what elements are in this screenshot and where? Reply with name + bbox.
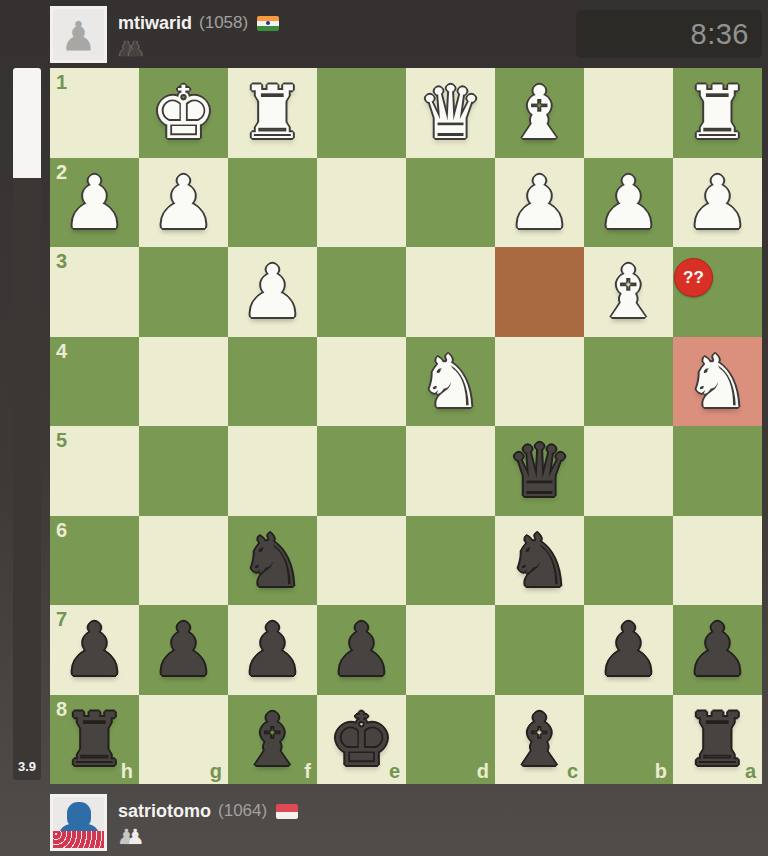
piece-black-pawn[interactable]: ♟ — [317, 605, 406, 695]
square-f3[interactable]: ♟ — [228, 247, 317, 337]
eval-score: 3.9 — [13, 759, 41, 774]
piece-white-knight[interactable]: ♞ — [673, 337, 762, 427]
square-e3[interactable] — [317, 247, 406, 337]
evaluation-bar: 3.9 — [13, 68, 41, 780]
bottom-player-captured-pieces: ♟ ♟ — [117, 824, 145, 850]
bottom-player-bar: satriotomo (1064) ♟ ♟ 7:02 — [0, 788, 768, 856]
piece-white-bishop[interactable]: ♝ — [584, 247, 673, 337]
square-f5[interactable] — [228, 426, 317, 516]
top-player-rating: (1058) — [199, 13, 248, 33]
square-g4[interactable] — [139, 337, 228, 427]
square-f4[interactable] — [228, 337, 317, 427]
indonesia-flag-icon — [276, 804, 298, 819]
top-player-clock: 8:36 — [576, 10, 762, 58]
piece-black-king[interactable]: ♚ — [317, 695, 406, 785]
square-c5[interactable]: ♛ — [495, 426, 584, 516]
piece-white-queen[interactable]: ♛ — [406, 68, 495, 158]
piece-white-bishop[interactable]: ♝ — [495, 68, 584, 158]
piece-black-pawn[interactable]: ♟ — [673, 605, 762, 695]
square-f7[interactable]: ♟ — [228, 605, 317, 695]
square-g1[interactable]: ♚ — [139, 68, 228, 158]
piece-black-pawn[interactable]: ♟ — [228, 605, 317, 695]
square-f2[interactable] — [228, 158, 317, 248]
square-e5[interactable] — [317, 426, 406, 516]
square-b6[interactable] — [584, 516, 673, 606]
captured-white-pawn-icon: ♟ — [126, 824, 145, 850]
square-h4[interactable]: 4 — [50, 337, 139, 427]
piece-white-pawn[interactable]: ♟ — [228, 247, 317, 337]
file-label-d: d — [477, 761, 489, 781]
square-f8[interactable]: f♝ — [228, 695, 317, 785]
piece-black-pawn[interactable]: ♟ — [139, 605, 228, 695]
piece-white-pawn[interactable]: ♟ — [50, 158, 139, 248]
piece-white-pawn[interactable]: ♟ — [584, 158, 673, 248]
square-c8[interactable]: c♝ — [495, 695, 584, 785]
square-d6[interactable] — [406, 516, 495, 606]
bottom-player-name: satriotomo — [118, 801, 211, 822]
square-a4[interactable]: ♞ — [673, 337, 762, 427]
square-h1[interactable]: 1 — [50, 68, 139, 158]
square-b4[interactable] — [584, 337, 673, 427]
square-b5[interactable] — [584, 426, 673, 516]
square-g3[interactable] — [139, 247, 228, 337]
square-e1[interactable] — [317, 68, 406, 158]
square-a1[interactable]: ♜ — [673, 68, 762, 158]
square-a2[interactable]: ♟ — [673, 158, 762, 248]
top-player-bar: ♟ mtiwarid (1058) ♟ ♟ 8:36 — [0, 0, 768, 68]
piece-white-rook[interactable]: ♜ — [228, 68, 317, 158]
square-e7[interactable]: ♟ — [317, 605, 406, 695]
top-player-avatar[interactable]: ♟ — [50, 6, 107, 63]
rank-label-3: 3 — [56, 251, 67, 271]
top-clock-time: 8:36 — [576, 18, 762, 51]
square-h5[interactable]: 5 — [50, 426, 139, 516]
piece-black-knight[interactable]: ♞ — [495, 516, 584, 606]
square-a6[interactable] — [673, 516, 762, 606]
square-e6[interactable] — [317, 516, 406, 606]
square-h3[interactable]: 3 — [50, 247, 139, 337]
square-c6[interactable]: ♞ — [495, 516, 584, 606]
square-h6[interactable]: 6 — [50, 516, 139, 606]
eval-bar-white — [13, 68, 41, 178]
square-d2[interactable] — [406, 158, 495, 248]
square-e4[interactable] — [317, 337, 406, 427]
blunder-badge: ?? — [674, 258, 713, 297]
square-b7[interactable]: ♟ — [584, 605, 673, 695]
square-h2[interactable]: 2♟ — [50, 158, 139, 248]
square-f6[interactable]: ♞ — [228, 516, 317, 606]
piece-black-rook[interactable]: ♜ — [50, 695, 139, 785]
square-b2[interactable]: ♟ — [584, 158, 673, 248]
square-d8[interactable]: d — [406, 695, 495, 785]
rank-label-1: 1 — [56, 72, 67, 92]
square-b1[interactable] — [584, 68, 673, 158]
square-c7[interactable] — [495, 605, 584, 695]
square-g2[interactable]: ♟ — [139, 158, 228, 248]
square-g8[interactable]: g — [139, 695, 228, 785]
piece-black-bishop[interactable]: ♝ — [228, 695, 317, 785]
piece-black-rook[interactable]: ♜ — [673, 695, 762, 785]
square-d3[interactable] — [406, 247, 495, 337]
piece-black-knight[interactable]: ♞ — [228, 516, 317, 606]
square-d1[interactable]: ♛ — [406, 68, 495, 158]
rank-label-4: 4 — [56, 341, 67, 361]
square-h7[interactable]: 7♟ — [50, 605, 139, 695]
square-d5[interactable] — [406, 426, 495, 516]
chess-board[interactable]: 1♚♜♛♝♜2♟♟♟♟♟3♟♝4♞♞5♛6♞♞7♟♟♟♟♟♟8h♜gf♝e♚dc… — [50, 68, 762, 784]
square-b3[interactable]: ♝ — [584, 247, 673, 337]
india-flag-icon — [257, 16, 279, 31]
square-a5[interactable] — [673, 426, 762, 516]
piece-white-pawn[interactable]: ♟ — [495, 158, 584, 248]
bottom-player-rating: (1064) — [218, 801, 267, 821]
square-h8[interactable]: 8h♜ — [50, 695, 139, 785]
square-d7[interactable] — [406, 605, 495, 695]
top-player-captured-pieces: ♟ ♟ — [117, 36, 145, 62]
square-g5[interactable] — [139, 426, 228, 516]
top-player-name: mtiwarid — [118, 13, 192, 34]
captured-black-pawn-icon: ♟ — [126, 36, 145, 62]
piece-white-king[interactable]: ♚ — [139, 68, 228, 158]
square-a8[interactable]: a♜ — [673, 695, 762, 785]
piece-black-pawn[interactable]: ♟ — [50, 605, 139, 695]
rank-label-5: 5 — [56, 430, 67, 450]
square-a7[interactable]: ♟ — [673, 605, 762, 695]
rank-label-6: 6 — [56, 520, 67, 540]
square-c4[interactable] — [495, 337, 584, 427]
square-c3[interactable] — [495, 247, 584, 337]
square-b8[interactable]: b — [584, 695, 673, 785]
piece-white-rook[interactable]: ♜ — [673, 68, 762, 158]
square-f1[interactable]: ♜ — [228, 68, 317, 158]
piece-black-queen[interactable]: ♛ — [495, 426, 584, 516]
square-e2[interactable] — [317, 158, 406, 248]
square-c1[interactable]: ♝ — [495, 68, 584, 158]
pawn-avatar-icon: ♟ — [53, 9, 104, 63]
square-d4[interactable]: ♞ — [406, 337, 495, 427]
square-g6[interactable] — [139, 516, 228, 606]
square-g7[interactable]: ♟ — [139, 605, 228, 695]
square-e8[interactable]: e♚ — [317, 695, 406, 785]
bottom-player-avatar[interactable] — [50, 794, 107, 851]
piece-black-pawn[interactable]: ♟ — [584, 605, 673, 695]
file-label-g: g — [210, 761, 222, 781]
piece-white-pawn[interactable]: ♟ — [673, 158, 762, 248]
file-label-b: b — [655, 761, 667, 781]
piece-black-bishop[interactable]: ♝ — [495, 695, 584, 785]
square-c2[interactable]: ♟ — [495, 158, 584, 248]
piece-white-pawn[interactable]: ♟ — [139, 158, 228, 248]
piece-white-knight[interactable]: ♞ — [406, 337, 495, 427]
